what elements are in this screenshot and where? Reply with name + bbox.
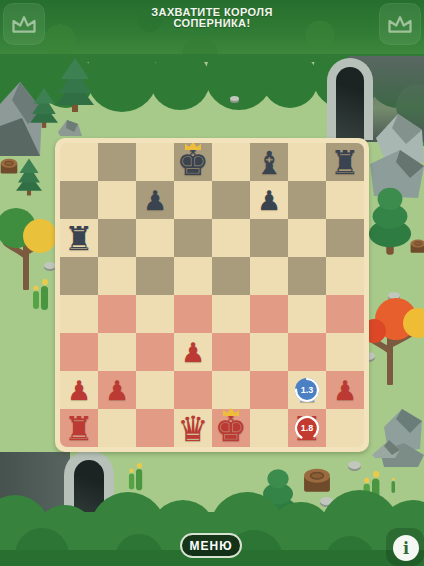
crown-icon [9, 11, 39, 37]
square-e3[interactable] [212, 333, 250, 371]
king-crown-icon [223, 408, 239, 416]
piece-red-rook-a1[interactable]: ♜ [60, 409, 98, 447]
pine-tree-icon [16, 156, 42, 198]
piece-black-rook-a6[interactable]: ♜ [60, 219, 98, 257]
square-f4[interactable] [250, 295, 288, 333]
square-a3[interactable] [60, 333, 98, 371]
tunnel-gate-icon [327, 58, 373, 140]
square-h4[interactable] [326, 295, 364, 333]
square-h7[interactable] [326, 181, 364, 219]
cooldown-value: 1.8 [294, 415, 320, 441]
yellow-tree-icon [0, 202, 58, 290]
square-e7[interactable] [212, 181, 250, 219]
square-a5[interactable] [60, 257, 98, 295]
bush [262, 52, 318, 108]
square-e5[interactable] [212, 257, 250, 295]
square-b8[interactable] [98, 143, 136, 181]
square-g8[interactable] [288, 143, 326, 181]
square-c6[interactable] [136, 219, 174, 257]
pine-tree-icon [56, 58, 94, 112]
stump-icon [0, 155, 18, 177]
chess-board-frame: ♚♝♜♟♟♜♟♟♟♝♟♜♛♚♜1.31.8 [55, 138, 369, 452]
menu-button[interactable]: МЕНЮ [180, 533, 242, 558]
square-f6[interactable] [250, 219, 288, 257]
orange-tree-icon [360, 293, 424, 385]
square-f3[interactable] [250, 333, 288, 371]
square-a8[interactable] [60, 143, 98, 181]
square-d5[interactable] [174, 257, 212, 295]
square-e4[interactable] [212, 295, 250, 333]
square-g6[interactable] [288, 219, 326, 257]
piece-red-queen-d1[interactable]: ♛ [174, 409, 212, 447]
piece-black-pawn-c7[interactable]: ♟ [136, 181, 174, 219]
candle-plant-icon [126, 462, 146, 492]
square-b3[interactable] [98, 333, 136, 371]
square-h1[interactable] [326, 409, 364, 447]
game-screen: ♚♝♜♟♟♜♟♟♟♝♟♜♛♚♜1.31.8 ЗАХВАТИТЕ КОРОЛЯ С… [0, 0, 424, 566]
stump-icon [302, 466, 332, 494]
square-d2[interactable] [174, 371, 212, 409]
piece-black-king-d8[interactable]: ♚ [174, 143, 212, 181]
info-icon: i [403, 539, 409, 558]
round-pine-tree-icon [364, 184, 416, 256]
objective-text: ЗАХВАТИТЕ КОРОЛЯ СОПЕРНИКА! [0, 7, 424, 29]
piece-red-pawn-d3[interactable]: ♟ [174, 333, 212, 371]
cooldown-badge-g1: 1.8 [294, 415, 320, 441]
chess-board[interactable]: ♚♝♜♟♟♜♟♟♟♝♟♜♛♚♜1.31.8 [60, 143, 364, 447]
square-c1[interactable] [136, 409, 174, 447]
square-f1[interactable] [250, 409, 288, 447]
square-g7[interactable] [288, 181, 326, 219]
square-a7[interactable] [60, 181, 98, 219]
square-b6[interactable] [98, 219, 136, 257]
piece-red-pawn-a2[interactable]: ♟ [60, 371, 98, 409]
square-e2[interactable] [212, 371, 250, 409]
cooldown-value: 1.3 [294, 377, 320, 403]
pebble-icon [230, 96, 239, 101]
piece-red-king-e1[interactable]: ♚ [212, 409, 250, 447]
square-a4[interactable] [60, 295, 98, 333]
pine-tree-icon [30, 86, 58, 130]
pebble-icon [348, 461, 361, 469]
rock-icon [58, 118, 82, 136]
square-g5[interactable] [288, 257, 326, 295]
cooldown-badge-g2: 1.3 [294, 377, 320, 403]
square-d6[interactable] [174, 219, 212, 257]
square-c2[interactable] [136, 371, 174, 409]
square-h5[interactable] [326, 257, 364, 295]
menu-button-label: МЕНЮ [189, 539, 232, 553]
bush [150, 50, 210, 110]
square-d4[interactable] [174, 295, 212, 333]
square-c4[interactable] [136, 295, 174, 333]
crown-button-left[interactable] [3, 3, 45, 45]
objective-line-2: СОПЕРНИКА! [0, 18, 424, 29]
square-b4[interactable] [98, 295, 136, 333]
square-c3[interactable] [136, 333, 174, 371]
info-button[interactable]: i [393, 535, 419, 561]
square-h3[interactable] [326, 333, 364, 371]
square-g4[interactable] [288, 295, 326, 333]
square-b7[interactable] [98, 181, 136, 219]
crown-button-right[interactable] [379, 3, 421, 45]
piece-black-pawn-f7[interactable]: ♟ [250, 181, 288, 219]
square-b5[interactable] [98, 257, 136, 295]
square-d7[interactable] [174, 181, 212, 219]
square-e6[interactable] [212, 219, 250, 257]
crown-icon [385, 11, 415, 37]
king-crown-icon [185, 143, 201, 150]
candle-plant-icon [386, 477, 397, 494]
square-b1[interactable] [98, 409, 136, 447]
square-c5[interactable] [136, 257, 174, 295]
piece-red-pawn-h2[interactable]: ♟ [326, 371, 364, 409]
square-c8[interactable] [136, 143, 174, 181]
rock-icon [372, 440, 400, 458]
piece-red-pawn-b2[interactable]: ♟ [98, 371, 136, 409]
square-h6[interactable] [326, 219, 364, 257]
piece-black-rook-h8[interactable]: ♜ [326, 143, 364, 181]
candle-plant-icon [30, 278, 52, 312]
square-g3[interactable] [288, 333, 326, 371]
square-e8[interactable] [212, 143, 250, 181]
square-f5[interactable] [250, 257, 288, 295]
piece-black-bishop-f8[interactable]: ♝ [250, 143, 288, 181]
square-f2[interactable] [250, 371, 288, 409]
stump-icon [410, 236, 424, 256]
